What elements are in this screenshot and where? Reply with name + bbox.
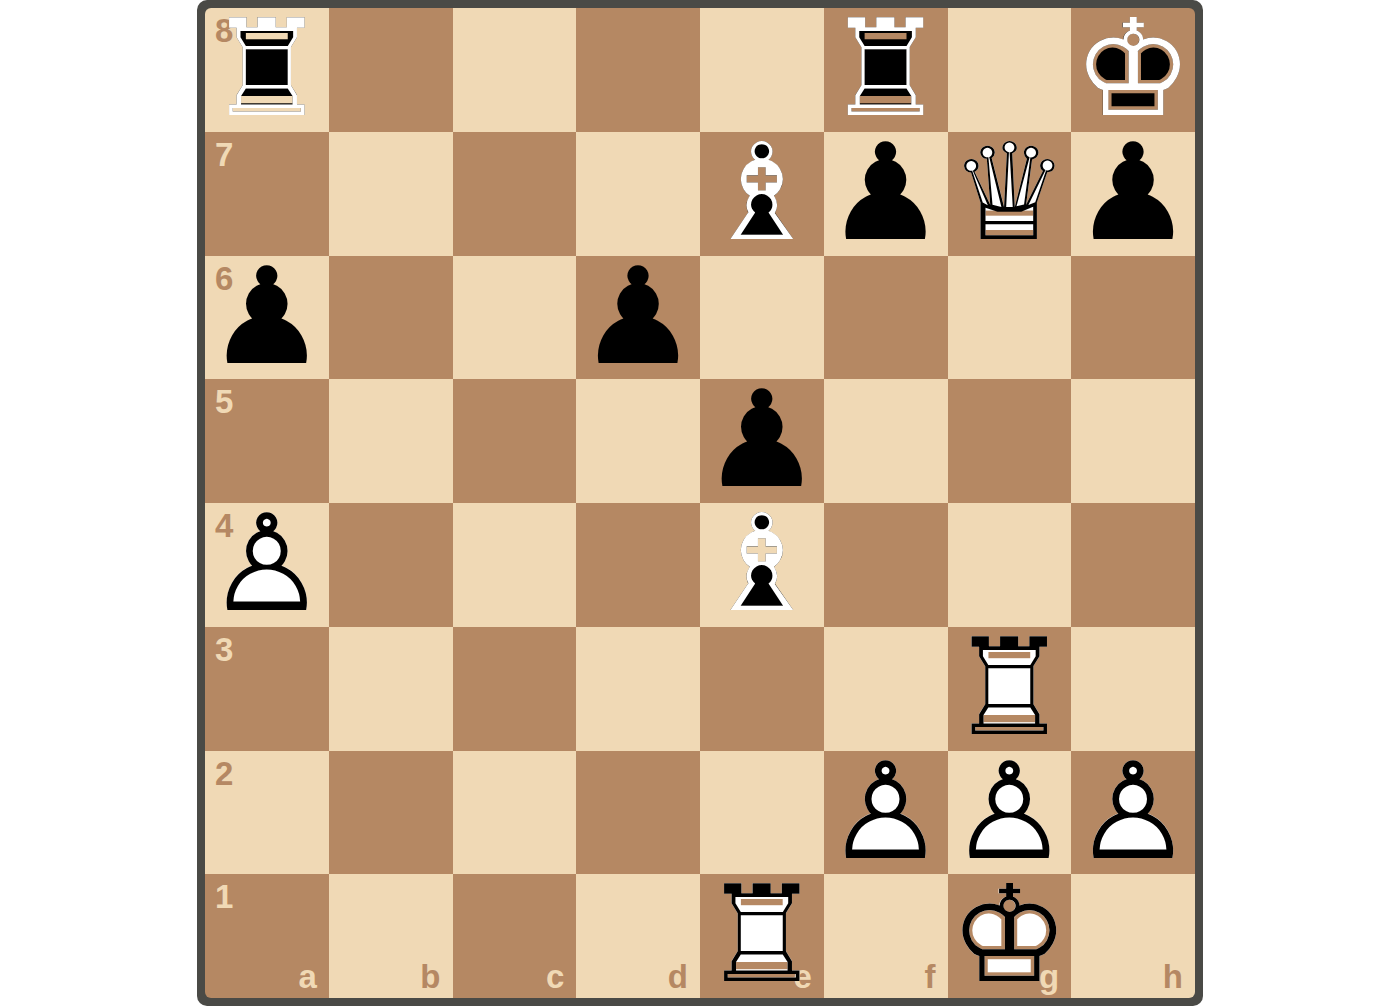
square-a6[interactable]: 6♟ [205, 256, 329, 380]
square-g3[interactable]: ♜♖ [948, 627, 1072, 751]
square-d8[interactable] [576, 8, 700, 132]
square-g7[interactable]: ♛♕ [948, 132, 1072, 256]
square-g6[interactable] [948, 256, 1072, 380]
chess-board: 8♜♖♜♖♚♔7♝♗♟♛♕♟6♟♟5♟4♟♙♝♗3♜♖2♟♙♟♙♟♙1abcde… [205, 8, 1195, 998]
square-a7[interactable]: 7 [205, 132, 329, 256]
square-e1[interactable]: e♜♖ [700, 874, 824, 998]
piece-black-pawn[interactable]: ♟ [824, 132, 948, 256]
square-h7[interactable]: ♟ [1071, 132, 1195, 256]
black-pawn-glyph: ♟ [205, 256, 329, 380]
piece-white-queen[interactable]: ♛♕ [948, 132, 1072, 256]
black-rook-outline-glyph: ♖ [824, 8, 948, 132]
piece-black-pawn[interactable]: ♟ [205, 256, 329, 380]
piece-white-rook[interactable]: ♜♖ [948, 627, 1072, 751]
square-c6[interactable] [453, 256, 577, 380]
square-g5[interactable] [948, 379, 1072, 503]
square-e7[interactable]: ♝♗ [700, 132, 824, 256]
square-a1[interactable]: 1a [205, 874, 329, 998]
square-a4[interactable]: 4♟♙ [205, 503, 329, 627]
white-pawn-outline-glyph: ♙ [205, 503, 329, 627]
square-c4[interactable] [453, 503, 577, 627]
square-d6[interactable]: ♟ [576, 256, 700, 380]
square-c2[interactable] [453, 751, 577, 875]
piece-black-pawn[interactable]: ♟ [700, 379, 824, 503]
square-d4[interactable] [576, 503, 700, 627]
square-d5[interactable] [576, 379, 700, 503]
square-b7[interactable] [329, 132, 453, 256]
square-h2[interactable]: ♟♙ [1071, 751, 1195, 875]
white-pawn-outline-glyph: ♙ [948, 751, 1072, 875]
piece-black-rook[interactable]: ♜♖ [824, 8, 948, 132]
piece-black-bishop[interactable]: ♝♗ [700, 503, 824, 627]
square-a5[interactable]: 5 [205, 379, 329, 503]
piece-white-pawn[interactable]: ♟♙ [824, 751, 948, 875]
square-e6[interactable] [700, 256, 824, 380]
square-b4[interactable] [329, 503, 453, 627]
square-h1[interactable]: h [1071, 874, 1195, 998]
piece-white-king[interactable]: ♚♔ [948, 874, 1072, 998]
square-b8[interactable] [329, 8, 453, 132]
black-pawn-glyph: ♟ [576, 256, 700, 380]
square-g4[interactable] [948, 503, 1072, 627]
rank-label-3: 3 [215, 633, 233, 666]
black-king-outline-glyph: ♔ [1071, 8, 1195, 132]
piece-black-pawn[interactable]: ♟ [576, 256, 700, 380]
board-frame: 8♜♖♜♖♚♔7♝♗♟♛♕♟6♟♟5♟4♟♙♝♗3♜♖2♟♙♟♙♟♙1abcde… [197, 0, 1203, 1006]
piece-white-rook[interactable]: ♜♖ [700, 874, 824, 998]
white-pawn-outline-glyph: ♙ [824, 751, 948, 875]
square-c8[interactable] [453, 8, 577, 132]
square-a2[interactable]: 2 [205, 751, 329, 875]
square-g8[interactable] [948, 8, 1072, 132]
square-c7[interactable] [453, 132, 577, 256]
square-b3[interactable] [329, 627, 453, 751]
square-f3[interactable] [824, 627, 948, 751]
black-bishop-outline-glyph: ♗ [700, 132, 824, 256]
square-f1[interactable]: f [824, 874, 948, 998]
square-e5[interactable]: ♟ [700, 379, 824, 503]
file-label-a: a [298, 960, 316, 993]
square-c5[interactable] [453, 379, 577, 503]
square-d3[interactable] [576, 627, 700, 751]
piece-black-rook[interactable]: ♜♖ [205, 8, 329, 132]
file-label-f: f [925, 960, 936, 993]
square-e3[interactable] [700, 627, 824, 751]
square-a8[interactable]: 8♜♖ [205, 8, 329, 132]
square-b6[interactable] [329, 256, 453, 380]
white-pawn-outline-glyph: ♙ [1071, 751, 1195, 875]
black-pawn-glyph: ♟ [824, 132, 948, 256]
rank-label-1: 1 [215, 880, 233, 913]
square-h5[interactable] [1071, 379, 1195, 503]
square-b5[interactable] [329, 379, 453, 503]
piece-white-pawn[interactable]: ♟♙ [1071, 751, 1195, 875]
square-b1[interactable]: b [329, 874, 453, 998]
square-f4[interactable] [824, 503, 948, 627]
square-b2[interactable] [329, 751, 453, 875]
rank-label-5: 5 [215, 385, 233, 418]
square-c3[interactable] [453, 627, 577, 751]
square-f7[interactable]: ♟ [824, 132, 948, 256]
file-label-c: c [546, 960, 564, 993]
square-g2[interactable]: ♟♙ [948, 751, 1072, 875]
square-h4[interactable] [1071, 503, 1195, 627]
square-e4[interactable]: ♝♗ [700, 503, 824, 627]
white-rook-outline-glyph: ♖ [700, 874, 824, 998]
piece-white-pawn[interactable]: ♟♙ [948, 751, 1072, 875]
black-pawn-glyph: ♟ [1071, 132, 1195, 256]
white-king-outline-glyph: ♔ [948, 874, 1072, 998]
square-d1[interactable]: d [576, 874, 700, 998]
piece-black-pawn[interactable]: ♟ [1071, 132, 1195, 256]
square-d2[interactable] [576, 751, 700, 875]
piece-black-bishop[interactable]: ♝♗ [700, 132, 824, 256]
file-label-h: h [1163, 960, 1183, 993]
square-h3[interactable] [1071, 627, 1195, 751]
file-label-d: d [668, 960, 688, 993]
file-label-b: b [420, 960, 440, 993]
square-f2[interactable]: ♟♙ [824, 751, 948, 875]
square-h8[interactable]: ♚♔ [1071, 8, 1195, 132]
rank-label-2: 2 [215, 757, 233, 790]
square-h6[interactable] [1071, 256, 1195, 380]
square-c1[interactable]: c [453, 874, 577, 998]
piece-white-pawn[interactable]: ♟♙ [205, 503, 329, 627]
black-rook-outline-glyph: ♖ [205, 8, 329, 132]
square-a3[interactable]: 3 [205, 627, 329, 751]
square-d7[interactable] [576, 132, 700, 256]
square-f5[interactable] [824, 379, 948, 503]
square-g1[interactable]: g♚♔ [948, 874, 1072, 998]
black-pawn-glyph: ♟ [700, 379, 824, 503]
piece-black-king[interactable]: ♚♔ [1071, 8, 1195, 132]
black-bishop-outline-glyph: ♗ [700, 503, 824, 627]
square-e8[interactable] [700, 8, 824, 132]
square-f8[interactable]: ♜♖ [824, 8, 948, 132]
square-e2[interactable] [700, 751, 824, 875]
square-f6[interactable] [824, 256, 948, 380]
white-rook-outline-glyph: ♖ [948, 627, 1072, 751]
page: 8♜♖♜♖♚♔7♝♗♟♛♕♟6♟♟5♟4♟♙♝♗3♜♖2♟♙♟♙♟♙1abcde… [0, 0, 1400, 1006]
rank-label-7: 7 [215, 138, 233, 171]
white-queen-outline-glyph: ♕ [948, 132, 1072, 256]
